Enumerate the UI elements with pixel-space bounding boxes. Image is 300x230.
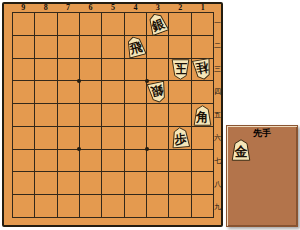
board-cell[interactable] — [102, 59, 123, 81]
piece-king-gote[interactable]: 玉 — [171, 59, 190, 80]
board-cell[interactable] — [35, 127, 56, 149]
board-cell[interactable] — [58, 104, 79, 126]
rank-label: 九 — [214, 195, 221, 218]
board-cell[interactable] — [102, 104, 123, 126]
board-cell[interactable] — [35, 13, 56, 35]
board-cell[interactable] — [192, 172, 213, 194]
hand-pieces: 金 — [231, 139, 251, 161]
file-label: 9 — [12, 4, 34, 12]
file-label: 2 — [169, 4, 191, 12]
rank-labels: 一二三四五六七八九 — [214, 12, 221, 218]
board-grid — [12, 12, 214, 218]
board-cell[interactable] — [147, 36, 168, 58]
board-cell[interactable] — [80, 127, 101, 149]
board-cell[interactable] — [58, 81, 79, 103]
rank-label: 四 — [214, 81, 221, 104]
board-cell[interactable] — [80, 59, 101, 81]
board-cell[interactable] — [102, 172, 123, 194]
rank-label: 八 — [214, 172, 221, 195]
svg-text:歩: 歩 — [173, 132, 188, 147]
board-cell[interactable] — [192, 81, 213, 103]
svg-text:金: 金 — [234, 144, 249, 159]
board-cell[interactable] — [125, 150, 146, 172]
board-cell[interactable] — [169, 195, 190, 217]
svg-text:角: 角 — [196, 110, 209, 124]
board-cell[interactable] — [169, 13, 190, 35]
rank-label: 一 — [214, 12, 221, 35]
shogi-board: 987654321 一二三四五六七八九 銀飛玉桂銀角歩 — [2, 2, 223, 227]
piece-bishop-sente[interactable]: 角 — [193, 105, 212, 126]
board-cell[interactable] — [80, 36, 101, 58]
star-point — [77, 79, 81, 83]
board-cell[interactable] — [125, 59, 146, 81]
board-cell[interactable] — [169, 172, 190, 194]
board-cell[interactable] — [35, 150, 56, 172]
board-cell[interactable] — [102, 36, 123, 58]
board-cell[interactable] — [80, 172, 101, 194]
svg-text:玉: 玉 — [174, 61, 187, 75]
board-cell[interactable] — [192, 150, 213, 172]
board-cell[interactable] — [102, 81, 123, 103]
board-cell[interactable] — [80, 81, 101, 103]
board-cell[interactable] — [102, 127, 123, 149]
board-cell[interactable] — [102, 150, 123, 172]
board-cell[interactable] — [35, 36, 56, 58]
file-label: 6 — [79, 4, 101, 12]
star-point — [77, 147, 81, 151]
star-point — [145, 79, 149, 83]
rank-label: 五 — [214, 104, 221, 127]
rank-label: 七 — [214, 149, 221, 172]
file-label: 4 — [124, 4, 146, 12]
board-cell[interactable] — [13, 195, 34, 217]
board-cell[interactable] — [13, 150, 34, 172]
board-cell[interactable] — [58, 127, 79, 149]
board-cell[interactable] — [13, 127, 34, 149]
board-cell[interactable] — [13, 13, 34, 35]
file-label: 8 — [34, 4, 56, 12]
board-cell[interactable] — [147, 104, 168, 126]
board-cell[interactable] — [192, 36, 213, 58]
board-cell[interactable] — [13, 81, 34, 103]
board-cell[interactable] — [125, 104, 146, 126]
board-cell[interactable] — [13, 36, 34, 58]
board-cell[interactable] — [58, 59, 79, 81]
file-label: 3 — [147, 4, 169, 12]
file-label: 5 — [102, 4, 124, 12]
board-cell[interactable] — [35, 81, 56, 103]
board-cell[interactable] — [102, 195, 123, 217]
board-cell[interactable] — [147, 59, 168, 81]
board-cell[interactable] — [169, 36, 190, 58]
piece-knight-gote[interactable]: 桂 — [192, 57, 214, 81]
board-cell[interactable] — [80, 13, 101, 35]
board-cell[interactable] — [169, 150, 190, 172]
board-cell[interactable] — [58, 195, 79, 217]
board-cell[interactable] — [125, 195, 146, 217]
board-cell[interactable] — [125, 13, 146, 35]
board-cell[interactable] — [192, 195, 213, 217]
board-cell[interactable] — [13, 104, 34, 126]
board-cell[interactable] — [192, 127, 213, 149]
board-cell[interactable] — [125, 172, 146, 194]
board-cell[interactable] — [13, 59, 34, 81]
piece-pawn-sente[interactable]: 歩 — [170, 127, 191, 150]
board-cell[interactable] — [80, 195, 101, 217]
board-cell[interactable] — [35, 104, 56, 126]
board-cell[interactable] — [192, 13, 213, 35]
board-cell[interactable] — [35, 195, 56, 217]
board-cell[interactable] — [125, 127, 146, 149]
rank-label: 六 — [214, 126, 221, 149]
board-cell[interactable] — [13, 172, 34, 194]
board-cell[interactable] — [147, 127, 168, 149]
board-cell[interactable] — [169, 104, 190, 126]
shogi-app: 987654321 一二三四五六七八九 銀飛玉桂銀角歩 先手 金 — [0, 0, 300, 230]
star-point — [145, 147, 149, 151]
board-cell[interactable] — [58, 13, 79, 35]
rank-label: 三 — [214, 58, 221, 81]
board-cell[interactable] — [35, 172, 56, 194]
board-cell[interactable] — [147, 172, 168, 194]
board-cell[interactable] — [147, 195, 168, 217]
hand-piece-gold[interactable]: 金 — [231, 139, 251, 161]
board-cell[interactable] — [169, 81, 190, 103]
board-cell[interactable] — [35, 59, 56, 81]
board-cell[interactable] — [125, 81, 146, 103]
board-cell[interactable] — [58, 172, 79, 194]
board-cell[interactable] — [147, 150, 168, 172]
board-cell[interactable] — [58, 36, 79, 58]
board-cell[interactable] — [58, 150, 79, 172]
file-label: 1 — [192, 4, 214, 12]
rank-label: 二 — [214, 35, 221, 58]
board-cell[interactable] — [80, 150, 101, 172]
file-label: 7 — [57, 4, 79, 12]
sente-komadai: 先手 金 — [226, 125, 298, 227]
board-cell[interactable] — [102, 13, 123, 35]
board-cell[interactable] — [80, 104, 101, 126]
file-labels: 987654321 — [12, 4, 214, 12]
